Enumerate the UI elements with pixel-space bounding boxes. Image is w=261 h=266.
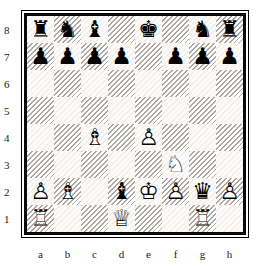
piece-glyph: ♟ (57, 43, 78, 70)
square-a7[interactable]: ♟ (27, 43, 54, 70)
square-b1[interactable] (54, 205, 81, 232)
square-f2[interactable]: ♟♙ (162, 178, 189, 205)
square-d7[interactable]: ♟ (108, 43, 135, 70)
piece-glyph: ♙ (30, 178, 51, 205)
file-label-a: a (27, 247, 54, 261)
square-h5[interactable] (216, 97, 243, 124)
square-b6[interactable] (54, 70, 81, 97)
rank-labels: 87654321 (2, 16, 17, 232)
square-b5[interactable] (54, 97, 81, 124)
black-knight[interactable]: ♞ (189, 16, 216, 43)
square-g5[interactable] (189, 97, 216, 124)
square-c2[interactable] (81, 178, 108, 205)
white-rook[interactable]: ♜♖ (189, 205, 216, 232)
piece-glyph: ♗ (84, 124, 105, 151)
square-a8[interactable]: ♜ (27, 16, 54, 43)
square-b8[interactable]: ♞ (54, 16, 81, 43)
square-g8[interactable]: ♞ (189, 16, 216, 43)
square-h2[interactable]: ♟♙ (216, 178, 243, 205)
square-e6[interactable] (135, 70, 162, 97)
file-label-e: e (135, 247, 162, 261)
rank-label-4: 4 (2, 124, 17, 151)
square-d3[interactable] (108, 151, 135, 178)
square-a2[interactable]: ♟♙ (27, 178, 54, 205)
square-d1[interactable]: ♛♕ (108, 205, 135, 232)
piece-glyph: ♟ (219, 43, 240, 70)
piece-glyph: ♔ (138, 178, 159, 205)
black-pawn[interactable]: ♟ (81, 43, 108, 70)
square-f8[interactable] (162, 16, 189, 43)
white-rook[interactable]: ♜♖ (27, 205, 54, 232)
chess-board[interactable]: ♜♞♝♚♞♜♟♟♟♟♟♟♟♝♗♟♙♞♘♟♙♝♗♝♚♔♟♙♛♟♙♜♖♛♕♜♖ (27, 16, 243, 232)
black-pawn[interactable]: ♟ (54, 43, 81, 70)
square-f5[interactable] (162, 97, 189, 124)
square-g6[interactable] (189, 70, 216, 97)
black-knight[interactable]: ♞ (54, 16, 81, 43)
piece-glyph: ♙ (165, 178, 186, 205)
square-d5[interactable] (108, 97, 135, 124)
square-f1[interactable] (162, 205, 189, 232)
black-pawn[interactable]: ♟ (162, 43, 189, 70)
square-d6[interactable] (108, 70, 135, 97)
square-h6[interactable] (216, 70, 243, 97)
black-pawn[interactable]: ♟ (27, 43, 54, 70)
square-b3[interactable] (54, 151, 81, 178)
rank-label-2: 2 (2, 178, 17, 205)
square-c1[interactable] (81, 205, 108, 232)
square-f3[interactable]: ♞♘ (162, 151, 189, 178)
file-label-b: b (54, 247, 81, 261)
black-pawn[interactable]: ♟ (189, 43, 216, 70)
piece-glyph: ♝ (111, 178, 132, 205)
piece-glyph: ♖ (192, 205, 213, 232)
square-f7[interactable]: ♟ (162, 43, 189, 70)
square-c4[interactable]: ♝♗ (81, 124, 108, 151)
square-e8[interactable]: ♚ (135, 16, 162, 43)
black-rook[interactable]: ♜ (216, 16, 243, 43)
white-bishop[interactable]: ♝♗ (54, 178, 81, 205)
square-d4[interactable] (108, 124, 135, 151)
square-c7[interactable]: ♟ (81, 43, 108, 70)
black-queen[interactable]: ♛ (189, 178, 216, 205)
piece-glyph: ♛ (192, 178, 213, 205)
rank-label-8: 8 (2, 16, 17, 43)
piece-glyph: ♟ (30, 43, 51, 70)
board-inner-frame: ♜♞♝♚♞♜♟♟♟♟♟♟♟♝♗♟♙♞♘♟♙♝♗♝♚♔♟♙♛♟♙♜♖♛♕♜♖ (24, 13, 246, 235)
square-e2[interactable]: ♚♔ (135, 178, 162, 205)
square-h1[interactable] (216, 205, 243, 232)
piece-glyph: ♕ (111, 205, 132, 232)
piece-glyph: ♗ (57, 178, 78, 205)
square-d8[interactable] (108, 16, 135, 43)
square-h7[interactable]: ♟ (216, 43, 243, 70)
piece-glyph: ♞ (192, 16, 213, 43)
square-g4[interactable] (189, 124, 216, 151)
piece-glyph: ♟ (111, 43, 132, 70)
black-pawn[interactable]: ♟ (216, 43, 243, 70)
white-bishop[interactable]: ♝♗ (81, 124, 108, 151)
square-g1[interactable]: ♜♖ (189, 205, 216, 232)
white-knight[interactable]: ♞♘ (162, 151, 189, 178)
square-c6[interactable] (81, 70, 108, 97)
chess-diagram: 87654321 ♜♞♝♚♞♜♟♟♟♟♟♟♟♝♗♟♙♞♘♟♙♝♗♝♚♔♟♙♛♟♙… (0, 0, 261, 266)
square-h4[interactable] (216, 124, 243, 151)
square-b2[interactable]: ♝♗ (54, 178, 81, 205)
white-pawn[interactable]: ♟♙ (162, 178, 189, 205)
board-frame: ♜♞♝♚♞♜♟♟♟♟♟♟♟♝♗♟♙♞♘♟♙♝♗♝♚♔♟♙♛♟♙♜♖♛♕♜♖ (21, 10, 249, 238)
piece-glyph: ♟ (84, 43, 105, 70)
square-g3[interactable] (189, 151, 216, 178)
square-a4[interactable] (27, 124, 54, 151)
square-e4[interactable]: ♟♙ (135, 124, 162, 151)
square-a1[interactable]: ♜♖ (27, 205, 54, 232)
file-labels: abcdefgh (27, 247, 243, 261)
piece-glyph: ♙ (219, 178, 240, 205)
piece-glyph: ♙ (138, 124, 159, 151)
piece-glyph: ♚ (138, 16, 159, 43)
square-a6[interactable] (27, 70, 54, 97)
square-g7[interactable]: ♟ (189, 43, 216, 70)
piece-glyph: ♜ (30, 16, 51, 43)
square-d2[interactable]: ♝ (108, 178, 135, 205)
square-c5[interactable] (81, 97, 108, 124)
white-pawn[interactable]: ♟♙ (216, 178, 243, 205)
square-e1[interactable] (135, 205, 162, 232)
file-label-h: h (216, 247, 243, 261)
black-pawn[interactable]: ♟ (108, 43, 135, 70)
file-label-d: d (108, 247, 135, 261)
white-pawn[interactable]: ♟♙ (27, 178, 54, 205)
square-a3[interactable] (27, 151, 54, 178)
black-king[interactable]: ♚ (135, 16, 162, 43)
file-label-c: c (81, 247, 108, 261)
rank-label-7: 7 (2, 43, 17, 70)
square-c8[interactable]: ♝ (81, 16, 108, 43)
file-label-g: g (189, 247, 216, 261)
square-f6[interactable] (162, 70, 189, 97)
piece-glyph: ♖ (30, 205, 51, 232)
piece-glyph: ♘ (165, 151, 186, 178)
piece-glyph: ♝ (84, 16, 105, 43)
square-a5[interactable] (27, 97, 54, 124)
piece-glyph: ♞ (57, 16, 78, 43)
piece-glyph: ♟ (165, 43, 186, 70)
white-king[interactable]: ♚♔ (135, 178, 162, 205)
square-e7[interactable] (135, 43, 162, 70)
piece-glyph: ♟ (192, 43, 213, 70)
rank-label-1: 1 (2, 205, 17, 232)
file-label-f: f (162, 247, 189, 261)
square-h8[interactable]: ♜ (216, 16, 243, 43)
square-e5[interactable] (135, 97, 162, 124)
square-b7[interactable]: ♟ (54, 43, 81, 70)
rank-label-3: 3 (2, 151, 17, 178)
square-e3[interactable] (135, 151, 162, 178)
black-bishop[interactable]: ♝ (108, 178, 135, 205)
square-g2[interactable]: ♛ (189, 178, 216, 205)
black-bishop[interactable]: ♝ (81, 16, 108, 43)
rank-label-6: 6 (2, 70, 17, 97)
white-pawn[interactable]: ♟♙ (135, 124, 162, 151)
square-f4[interactable] (162, 124, 189, 151)
square-b4[interactable] (54, 124, 81, 151)
black-rook[interactable]: ♜ (27, 16, 54, 43)
square-c3[interactable] (81, 151, 108, 178)
piece-glyph: ♜ (219, 16, 240, 43)
rank-label-5: 5 (2, 97, 17, 124)
white-queen[interactable]: ♛♕ (108, 205, 135, 232)
square-h3[interactable] (216, 151, 243, 178)
